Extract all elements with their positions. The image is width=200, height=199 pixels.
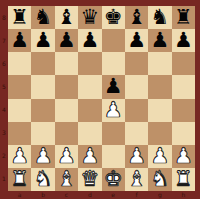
piece-black-pawn-g7[interactable]: ♟ bbox=[151, 30, 170, 51]
square-g8[interactable]: ♞ bbox=[148, 6, 171, 29]
rank-label-1: 1 bbox=[0, 168, 8, 191]
piece-white-pawn-g2[interactable]: ♟ bbox=[151, 145, 170, 166]
square-g6[interactable] bbox=[148, 52, 171, 75]
square-f2[interactable]: ♟ bbox=[125, 145, 148, 168]
piece-black-pawn-f7[interactable]: ♟ bbox=[127, 30, 146, 51]
piece-black-knight-b8[interactable]: ♞ bbox=[34, 7, 53, 28]
square-d5[interactable] bbox=[78, 75, 101, 98]
square-g2[interactable]: ♟ bbox=[148, 145, 171, 168]
square-h4[interactable] bbox=[172, 99, 195, 122]
square-f7[interactable]: ♟ bbox=[125, 29, 148, 52]
square-b6[interactable] bbox=[31, 52, 54, 75]
square-f3[interactable] bbox=[125, 122, 148, 145]
file-label-g: g bbox=[148, 191, 171, 199]
piece-black-pawn-a7[interactable]: ♟ bbox=[10, 30, 29, 51]
square-b7[interactable]: ♟ bbox=[31, 29, 54, 52]
square-b2[interactable]: ♟ bbox=[31, 145, 54, 168]
square-d4[interactable] bbox=[78, 99, 101, 122]
square-c8[interactable]: ♝ bbox=[55, 6, 78, 29]
square-d1[interactable]: ♛ bbox=[78, 168, 101, 191]
square-a4[interactable] bbox=[8, 99, 31, 122]
piece-white-rook-h1[interactable]: ♜ bbox=[174, 168, 193, 189]
piece-white-pawn-d2[interactable]: ♟ bbox=[80, 145, 99, 166]
square-h6[interactable] bbox=[172, 52, 195, 75]
square-g4[interactable] bbox=[148, 99, 171, 122]
rank-labels: 87654321 bbox=[0, 6, 8, 191]
rank-label-7: 7 bbox=[0, 29, 8, 52]
square-h2[interactable]: ♟ bbox=[172, 145, 195, 168]
piece-black-rook-a8[interactable]: ♜ bbox=[10, 7, 29, 28]
square-c2[interactable]: ♟ bbox=[55, 145, 78, 168]
square-d2[interactable]: ♟ bbox=[78, 145, 101, 168]
rank-label-5: 5 bbox=[0, 75, 8, 98]
square-g1[interactable]: ♞ bbox=[148, 168, 171, 191]
square-d6[interactable] bbox=[78, 52, 101, 75]
square-b4[interactable] bbox=[31, 99, 54, 122]
square-b3[interactable] bbox=[31, 122, 54, 145]
file-label-e: e bbox=[102, 191, 125, 199]
piece-black-rook-h8[interactable]: ♜ bbox=[174, 7, 193, 28]
piece-white-rook-a1[interactable]: ♜ bbox=[10, 168, 29, 189]
square-a2[interactable]: ♟ bbox=[8, 145, 31, 168]
piece-white-bishop-f1[interactable]: ♝ bbox=[127, 168, 146, 189]
square-f5[interactable] bbox=[125, 75, 148, 98]
square-e8[interactable]: ♚ bbox=[102, 6, 125, 29]
rank-label-4: 4 bbox=[0, 99, 8, 122]
file-label-f: f bbox=[125, 191, 148, 199]
square-h8[interactable]: ♜ bbox=[172, 6, 195, 29]
square-d8[interactable]: ♛ bbox=[78, 6, 101, 29]
piece-white-pawn-b2[interactable]: ♟ bbox=[34, 145, 53, 166]
square-b1[interactable]: ♞ bbox=[31, 168, 54, 191]
piece-black-king-e8[interactable]: ♚ bbox=[104, 7, 123, 28]
file-label-h: h bbox=[172, 191, 195, 199]
square-e4[interactable]: ♟ bbox=[102, 99, 125, 122]
piece-white-pawn-c2[interactable]: ♟ bbox=[57, 145, 76, 166]
square-b8[interactable]: ♞ bbox=[31, 6, 54, 29]
square-c7[interactable]: ♟ bbox=[55, 29, 78, 52]
square-c1[interactable]: ♝ bbox=[55, 168, 78, 191]
square-g3[interactable] bbox=[148, 122, 171, 145]
square-d3[interactable] bbox=[78, 122, 101, 145]
square-c5[interactable] bbox=[55, 75, 78, 98]
square-a1[interactable]: ♜ bbox=[8, 168, 31, 191]
square-h1[interactable]: ♜ bbox=[172, 168, 195, 191]
rank-label-2: 2 bbox=[0, 145, 8, 168]
square-e5[interactable]: ♟ bbox=[102, 75, 125, 98]
piece-white-pawn-a2[interactable]: ♟ bbox=[10, 145, 29, 166]
square-e7[interactable] bbox=[102, 29, 125, 52]
piece-white-knight-g1[interactable]: ♞ bbox=[151, 168, 170, 189]
square-e2[interactable] bbox=[102, 145, 125, 168]
piece-black-bishop-f8[interactable]: ♝ bbox=[127, 7, 146, 28]
square-h7[interactable]: ♟ bbox=[172, 29, 195, 52]
square-f1[interactable]: ♝ bbox=[125, 168, 148, 191]
square-h5[interactable] bbox=[172, 75, 195, 98]
chess-board-frame: ♜♞♝♛♚♝♞♜♟♟♟♟♟♟♟♟♟♟♟♟♟♟♟♟♜♞♝♛♚♝♞♜ 8765432… bbox=[0, 0, 200, 199]
square-a3[interactable] bbox=[8, 122, 31, 145]
square-c6[interactable] bbox=[55, 52, 78, 75]
piece-white-bishop-c1[interactable]: ♝ bbox=[57, 168, 76, 189]
file-label-a: a bbox=[8, 191, 31, 199]
square-a7[interactable]: ♟ bbox=[8, 29, 31, 52]
square-f6[interactable] bbox=[125, 52, 148, 75]
piece-black-pawn-d7[interactable]: ♟ bbox=[80, 30, 99, 51]
piece-black-pawn-b7[interactable]: ♟ bbox=[34, 30, 53, 51]
square-g5[interactable] bbox=[148, 75, 171, 98]
square-c3[interactable] bbox=[55, 122, 78, 145]
piece-black-bishop-c8[interactable]: ♝ bbox=[57, 7, 76, 28]
square-e6[interactable] bbox=[102, 52, 125, 75]
square-e1[interactable]: ♚ bbox=[102, 168, 125, 191]
square-h3[interactable] bbox=[172, 122, 195, 145]
file-label-d: d bbox=[78, 191, 101, 199]
piece-white-queen-d1[interactable]: ♛ bbox=[80, 168, 99, 189]
piece-black-pawn-e5[interactable]: ♟ bbox=[104, 76, 123, 97]
square-a8[interactable]: ♜ bbox=[8, 6, 31, 29]
rank-label-3: 3 bbox=[0, 122, 8, 145]
piece-black-pawn-c7[interactable]: ♟ bbox=[57, 30, 76, 51]
square-b5[interactable] bbox=[31, 75, 54, 98]
rank-label-8: 8 bbox=[0, 6, 8, 29]
square-a5[interactable] bbox=[8, 75, 31, 98]
square-g7[interactable]: ♟ bbox=[148, 29, 171, 52]
piece-black-pawn-h7[interactable]: ♟ bbox=[174, 30, 193, 51]
piece-black-queen-d8[interactable]: ♛ bbox=[80, 7, 99, 28]
chess-board: ♜♞♝♛♚♝♞♜♟♟♟♟♟♟♟♟♟♟♟♟♟♟♟♟♜♞♝♛♚♝♞♜ bbox=[8, 6, 195, 191]
square-f4[interactable] bbox=[125, 99, 148, 122]
piece-black-knight-g8[interactable]: ♞ bbox=[151, 7, 170, 28]
piece-white-pawn-f2[interactable]: ♟ bbox=[127, 145, 146, 166]
piece-white-knight-b1[interactable]: ♞ bbox=[34, 168, 53, 189]
square-c4[interactable] bbox=[55, 99, 78, 122]
rank-label-6: 6 bbox=[0, 52, 8, 75]
square-a6[interactable] bbox=[8, 52, 31, 75]
piece-white-pawn-h2[interactable]: ♟ bbox=[174, 145, 193, 166]
piece-white-pawn-e4[interactable]: ♟ bbox=[104, 99, 123, 120]
piece-white-king-e1[interactable]: ♚ bbox=[104, 168, 123, 189]
file-label-c: c bbox=[55, 191, 78, 199]
square-f8[interactable]: ♝ bbox=[125, 6, 148, 29]
file-labels: abcdefgh bbox=[8, 191, 195, 199]
square-e3[interactable] bbox=[102, 122, 125, 145]
file-label-b: b bbox=[31, 191, 54, 199]
square-d7[interactable]: ♟ bbox=[78, 29, 101, 52]
